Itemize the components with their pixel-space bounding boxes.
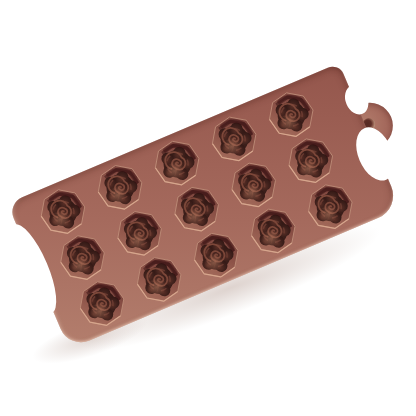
- product-photo-scene: [0, 0, 416, 416]
- cavity-grid: [25, 80, 369, 339]
- chocolate-mold: [7, 63, 400, 349]
- mold-body: [7, 63, 400, 349]
